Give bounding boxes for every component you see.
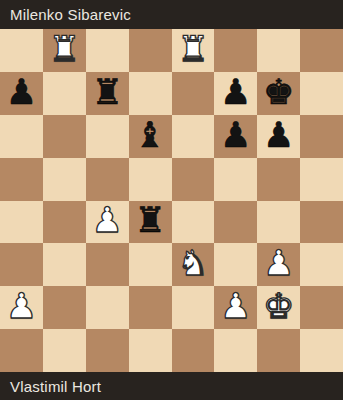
square-f6[interactable]: ♟ (214, 115, 257, 158)
square-a5[interactable] (0, 158, 43, 201)
square-g7[interactable]: ♚ (257, 72, 300, 115)
square-g4[interactable] (257, 201, 300, 244)
square-e7[interactable] (172, 72, 215, 115)
square-c1[interactable] (86, 329, 129, 372)
square-b1[interactable] (43, 329, 86, 372)
white-pawn[interactable]: ♟ (6, 289, 37, 324)
square-d4[interactable]: ♜ (129, 201, 172, 244)
square-e2[interactable] (172, 286, 215, 329)
square-e5[interactable] (172, 158, 215, 201)
square-e6[interactable] (172, 115, 215, 158)
white-pawn[interactable]: ♟ (263, 246, 294, 281)
square-h7[interactable] (300, 72, 343, 115)
square-f4[interactable] (214, 201, 257, 244)
white-rook[interactable]: ♜ (49, 32, 80, 67)
square-d2[interactable] (129, 286, 172, 329)
square-b5[interactable] (43, 158, 86, 201)
square-e3[interactable]: ♞ (172, 243, 215, 286)
square-f1[interactable] (214, 329, 257, 372)
square-f7[interactable]: ♟ (214, 72, 257, 115)
square-e4[interactable] (172, 201, 215, 244)
square-h6[interactable] (300, 115, 343, 158)
top-player-name: Milenko Sibarevic (10, 6, 131, 23)
square-h1[interactable] (300, 329, 343, 372)
square-c2[interactable] (86, 286, 129, 329)
square-h3[interactable] (300, 243, 343, 286)
square-g5[interactable] (257, 158, 300, 201)
black-bishop[interactable]: ♝ (134, 118, 165, 153)
square-d1[interactable] (129, 329, 172, 372)
square-d8[interactable] (129, 29, 172, 72)
white-pawn[interactable]: ♟ (220, 289, 251, 324)
white-pawn[interactable]: ♟ (91, 203, 122, 238)
square-g8[interactable] (257, 29, 300, 72)
square-a7[interactable]: ♟ (0, 72, 43, 115)
square-a8[interactable] (0, 29, 43, 72)
square-b6[interactable] (43, 115, 86, 158)
black-rook[interactable]: ♜ (134, 203, 165, 238)
square-c4[interactable]: ♟ (86, 201, 129, 244)
square-b2[interactable] (43, 286, 86, 329)
square-h8[interactable] (300, 29, 343, 72)
bottom-player-name: Vlastimil Hort (10, 378, 101, 395)
top-player-bar: Milenko Sibarevic (0, 0, 343, 29)
square-c8[interactable] (86, 29, 129, 72)
square-d6[interactable]: ♝ (129, 115, 172, 158)
bottom-player-bar: Vlastimil Hort (0, 372, 343, 400)
square-e8[interactable]: ♜ (172, 29, 215, 72)
square-g3[interactable]: ♟ (257, 243, 300, 286)
square-c5[interactable] (86, 158, 129, 201)
square-f5[interactable] (214, 158, 257, 201)
black-rook[interactable]: ♜ (91, 75, 122, 110)
square-e1[interactable] (172, 329, 215, 372)
black-king[interactable]: ♚ (263, 75, 294, 110)
black-pawn[interactable]: ♟ (220, 118, 251, 153)
black-pawn[interactable]: ♟ (6, 75, 37, 110)
white-king[interactable]: ♚ (263, 289, 294, 324)
square-g1[interactable] (257, 329, 300, 372)
square-b7[interactable] (43, 72, 86, 115)
square-a1[interactable] (0, 329, 43, 372)
chess-app: Milenko Sibarevic ♜♜♟♜♟♚♝♟♟♟♜♞♟♟♟♚ Vlast… (0, 0, 343, 400)
square-d7[interactable] (129, 72, 172, 115)
chess-board: ♜♜♟♜♟♚♝♟♟♟♜♞♟♟♟♚ (0, 29, 343, 372)
square-h4[interactable] (300, 201, 343, 244)
square-f8[interactable] (214, 29, 257, 72)
square-h2[interactable] (300, 286, 343, 329)
black-pawn[interactable]: ♟ (263, 118, 294, 153)
square-c3[interactable] (86, 243, 129, 286)
square-h5[interactable] (300, 158, 343, 201)
square-g6[interactable]: ♟ (257, 115, 300, 158)
square-a2[interactable]: ♟ (0, 286, 43, 329)
square-g2[interactable]: ♚ (257, 286, 300, 329)
square-b3[interactable] (43, 243, 86, 286)
square-c7[interactable]: ♜ (86, 72, 129, 115)
square-c6[interactable] (86, 115, 129, 158)
square-d5[interactable] (129, 158, 172, 201)
square-f3[interactable] (214, 243, 257, 286)
square-f2[interactable]: ♟ (214, 286, 257, 329)
square-a6[interactable] (0, 115, 43, 158)
black-pawn[interactable]: ♟ (220, 75, 251, 110)
white-rook[interactable]: ♜ (177, 32, 208, 67)
square-d3[interactable] (129, 243, 172, 286)
square-a3[interactable] (0, 243, 43, 286)
square-a4[interactable] (0, 201, 43, 244)
white-knight[interactable]: ♞ (177, 246, 208, 281)
square-b8[interactable]: ♜ (43, 29, 86, 72)
square-b4[interactable] (43, 201, 86, 244)
